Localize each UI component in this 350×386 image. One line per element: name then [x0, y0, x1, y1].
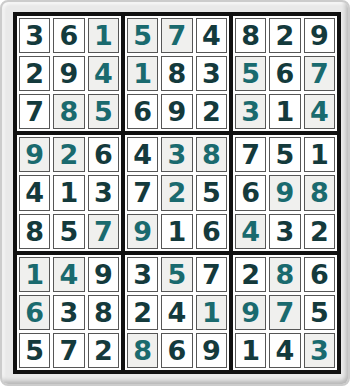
- cell-r4c3[interactable]: 6: [88, 137, 119, 172]
- cell-r9c7[interactable]: 1: [235, 333, 266, 368]
- cell-r4c4[interactable]: 4: [127, 137, 158, 172]
- box-7: 149638572: [17, 255, 121, 370]
- cell-r9c8[interactable]: 4: [269, 333, 300, 368]
- cell-r3c4[interactable]: 6: [127, 94, 158, 129]
- cell-r7c7[interactable]: 2: [235, 257, 266, 292]
- box-6: 751698432: [233, 135, 337, 250]
- cell-r3c5[interactable]: 9: [161, 94, 192, 129]
- sudoku-board: 3612947855741836928295673149264138574387…: [13, 12, 341, 374]
- cell-r5c2[interactable]: 1: [53, 175, 84, 210]
- cell-r6c2[interactable]: 5: [53, 214, 84, 249]
- cell-r7c6[interactable]: 7: [196, 257, 227, 292]
- cell-r8c5[interactable]: 4: [161, 295, 192, 330]
- cell-r5c3[interactable]: 3: [88, 175, 119, 210]
- cell-r4c2[interactable]: 2: [53, 137, 84, 172]
- cell-r1c3[interactable]: 1: [88, 18, 119, 53]
- cell-r6c3[interactable]: 7: [88, 214, 119, 249]
- cell-r6c9[interactable]: 2: [304, 214, 335, 249]
- cell-r1c1[interactable]: 3: [19, 18, 50, 53]
- cell-r2c2[interactable]: 9: [53, 56, 84, 91]
- cell-r4c5[interactable]: 3: [161, 137, 192, 172]
- cell-r8c8[interactable]: 7: [269, 295, 300, 330]
- cell-r2c9[interactable]: 7: [304, 56, 335, 91]
- cell-r4c9[interactable]: 1: [304, 137, 335, 172]
- box-4: 926413857: [17, 135, 121, 250]
- box-3: 829567314: [233, 16, 337, 131]
- cell-r8c9[interactable]: 5: [304, 295, 335, 330]
- cell-r7c9[interactable]: 6: [304, 257, 335, 292]
- cell-r3c9[interactable]: 4: [304, 94, 335, 129]
- outer-frame: 3612947855741836928295673149264138574387…: [0, 0, 350, 386]
- cell-r7c5[interactable]: 5: [161, 257, 192, 292]
- cell-r9c1[interactable]: 5: [19, 333, 50, 368]
- cell-r5c8[interactable]: 9: [269, 175, 300, 210]
- cell-r9c3[interactable]: 2: [88, 333, 119, 368]
- cell-r6c4[interactable]: 9: [127, 214, 158, 249]
- box-9: 286975143: [233, 255, 337, 370]
- cell-r9c6[interactable]: 9: [196, 333, 227, 368]
- cell-r2c4[interactable]: 1: [127, 56, 158, 91]
- cell-r1c8[interactable]: 2: [269, 18, 300, 53]
- cell-r1c9[interactable]: 9: [304, 18, 335, 53]
- cell-r6c6[interactable]: 6: [196, 214, 227, 249]
- cell-r5c9[interactable]: 8: [304, 175, 335, 210]
- cell-r8c2[interactable]: 3: [53, 295, 84, 330]
- box-1: 361294785: [17, 16, 121, 131]
- cell-r2c3[interactable]: 4: [88, 56, 119, 91]
- cell-r3c2[interactable]: 8: [53, 94, 84, 129]
- cell-r8c1[interactable]: 6: [19, 295, 50, 330]
- cell-r9c4[interactable]: 8: [127, 333, 158, 368]
- cell-r9c9[interactable]: 3: [304, 333, 335, 368]
- box-2: 574183692: [125, 16, 229, 131]
- cell-r3c6[interactable]: 2: [196, 94, 227, 129]
- cell-r8c7[interactable]: 9: [235, 295, 266, 330]
- cell-r5c6[interactable]: 5: [196, 175, 227, 210]
- cell-r8c6[interactable]: 1: [196, 295, 227, 330]
- cell-r1c6[interactable]: 4: [196, 18, 227, 53]
- cell-r5c4[interactable]: 7: [127, 175, 158, 210]
- cell-r3c7[interactable]: 3: [235, 94, 266, 129]
- cell-r4c8[interactable]: 5: [269, 137, 300, 172]
- cell-r4c7[interactable]: 7: [235, 137, 266, 172]
- cell-r4c1[interactable]: 9: [19, 137, 50, 172]
- cell-r7c4[interactable]: 3: [127, 257, 158, 292]
- cell-r6c5[interactable]: 1: [161, 214, 192, 249]
- cell-r2c7[interactable]: 5: [235, 56, 266, 91]
- cell-r1c2[interactable]: 6: [53, 18, 84, 53]
- cell-r1c5[interactable]: 7: [161, 18, 192, 53]
- cell-r2c8[interactable]: 6: [269, 56, 300, 91]
- cell-r7c1[interactable]: 1: [19, 257, 50, 292]
- cell-r7c2[interactable]: 4: [53, 257, 84, 292]
- cell-r1c4[interactable]: 5: [127, 18, 158, 53]
- cell-r2c1[interactable]: 2: [19, 56, 50, 91]
- box-8: 357241869: [125, 255, 229, 370]
- cell-r5c1[interactable]: 4: [19, 175, 50, 210]
- cell-r6c1[interactable]: 8: [19, 214, 50, 249]
- cell-r6c8[interactable]: 3: [269, 214, 300, 249]
- cell-r3c1[interactable]: 7: [19, 94, 50, 129]
- cell-r7c8[interactable]: 8: [269, 257, 300, 292]
- cell-r8c4[interactable]: 2: [127, 295, 158, 330]
- cell-r4c6[interactable]: 8: [196, 137, 227, 172]
- cell-r5c7[interactable]: 6: [235, 175, 266, 210]
- cell-r9c2[interactable]: 7: [53, 333, 84, 368]
- cell-r8c3[interactable]: 8: [88, 295, 119, 330]
- cell-r7c3[interactable]: 9: [88, 257, 119, 292]
- cell-r2c5[interactable]: 8: [161, 56, 192, 91]
- cell-r6c7[interactable]: 4: [235, 214, 266, 249]
- cell-r3c3[interactable]: 5: [88, 94, 119, 129]
- cell-r2c6[interactable]: 3: [196, 56, 227, 91]
- cell-r3c8[interactable]: 1: [269, 94, 300, 129]
- cell-r5c5[interactable]: 2: [161, 175, 192, 210]
- box-5: 438725916: [125, 135, 229, 250]
- cell-r9c5[interactable]: 6: [161, 333, 192, 368]
- cell-r1c7[interactable]: 8: [235, 18, 266, 53]
